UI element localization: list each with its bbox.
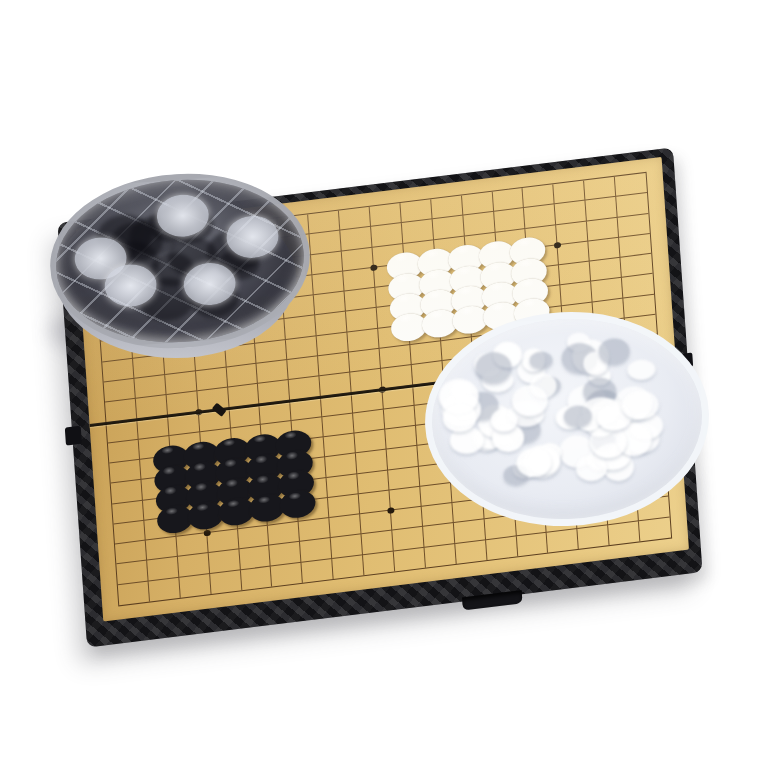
white-stone-in-case bbox=[529, 352, 553, 370]
white-stone-in-case bbox=[575, 455, 608, 482]
black-stone[interactable]: ● bbox=[281, 486, 315, 516]
grid-cell bbox=[302, 559, 334, 583]
grid-cell bbox=[424, 544, 456, 568]
grid-cell bbox=[363, 551, 395, 575]
grid-cell bbox=[240, 566, 272, 590]
white-stones-in-case bbox=[427, 312, 707, 526]
grid-cell bbox=[394, 547, 426, 571]
grid-cell bbox=[118, 581, 150, 605]
grid-cell bbox=[516, 532, 548, 556]
grid-cell bbox=[332, 555, 364, 579]
grid-cell bbox=[578, 525, 610, 549]
grid-cell bbox=[148, 578, 180, 602]
grid-cell bbox=[608, 521, 640, 545]
grid-cell bbox=[547, 529, 579, 553]
grid-cell bbox=[639, 517, 671, 541]
product-photo-scene: ●●●●●●●●●●●●●●●●●●●●●●●●●●●●●●●●●●●●●●●● bbox=[0, 0, 768, 768]
left-hinge-tab bbox=[65, 425, 82, 445]
grid-cell bbox=[486, 536, 518, 560]
grid-cell bbox=[271, 562, 303, 586]
white-stone-in-case bbox=[598, 337, 631, 365]
white-stone-in-case bbox=[627, 359, 656, 381]
grid-cell bbox=[455, 540, 487, 564]
grid-cell bbox=[179, 574, 211, 598]
black-stone-glyph: ● bbox=[276, 481, 319, 522]
grid-cell bbox=[210, 570, 242, 594]
frame-handle-notch bbox=[462, 590, 522, 610]
